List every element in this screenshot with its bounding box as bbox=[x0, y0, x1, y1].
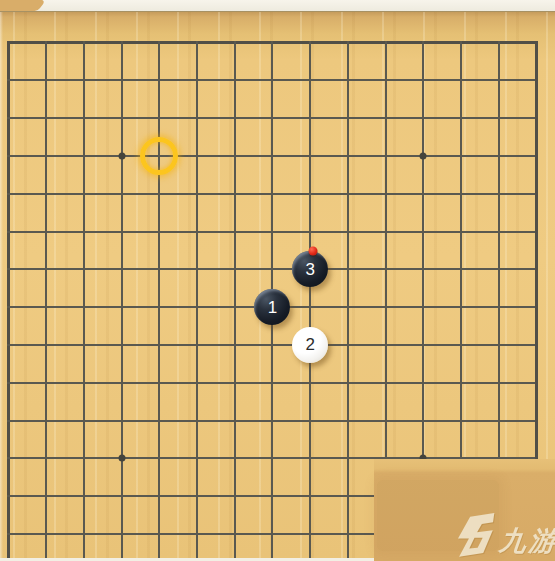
watermark-overlay: 九游 bbox=[374, 459, 555, 561]
star-point bbox=[118, 152, 125, 159]
watermark-text: 九游 bbox=[497, 528, 555, 557]
grid-line-vertical bbox=[309, 41, 311, 560]
grid-line-vertical bbox=[121, 41, 123, 560]
grid-line-horizontal bbox=[7, 382, 538, 384]
top-left-tab bbox=[0, 0, 46, 11]
stone-white-2: 2 bbox=[292, 327, 328, 363]
star-point bbox=[118, 455, 125, 462]
top-strip bbox=[0, 0, 555, 12]
grid-line-vertical bbox=[158, 41, 160, 560]
stone-move-number: 1 bbox=[268, 299, 277, 316]
watermark: 九游 bbox=[455, 511, 555, 557]
screen: 123 九游 bbox=[0, 0, 555, 561]
jiuyou-g-logo-icon bbox=[455, 511, 495, 557]
grid-line-horizontal bbox=[7, 420, 538, 422]
stone-move-number: 2 bbox=[305, 336, 314, 353]
stone-black-3: 3 bbox=[292, 251, 328, 287]
last-move-dot bbox=[309, 247, 318, 256]
highlight-ring-marker[interactable] bbox=[140, 137, 178, 175]
grid-line-vertical bbox=[347, 41, 349, 560]
star-point bbox=[420, 152, 427, 159]
grid-line-vertical bbox=[234, 41, 236, 560]
grid-line-horizontal bbox=[7, 344, 538, 346]
stone-black-1: 1 bbox=[254, 289, 290, 325]
grid-line-vertical bbox=[196, 41, 198, 560]
stone-move-number: 3 bbox=[305, 261, 314, 278]
